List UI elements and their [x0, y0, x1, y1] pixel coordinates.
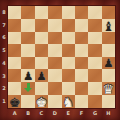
square-f4[interactable] — [75, 57, 88, 70]
file-label-h: H — [103, 110, 113, 116]
square-f1[interactable] — [75, 95, 88, 108]
wood-frame: ♝♟♟♟♛♚♚♞ 87654321ABCDEFGH — [0, 0, 120, 120]
black-pawn[interactable]: ♟ — [36, 70, 46, 82]
square-f2[interactable] — [75, 82, 88, 95]
square-h3[interactable] — [102, 69, 115, 82]
rank-label-8: 8 — [0, 10, 8, 15]
file-label-d: D — [50, 110, 60, 116]
white-queen[interactable]: ♛ — [102, 83, 114, 96]
square-g2[interactable] — [88, 82, 101, 95]
square-e4[interactable] — [62, 57, 75, 70]
square-c6[interactable] — [35, 32, 48, 45]
chess-board[interactable]: ♝♟♟♟♛♚♚♞ — [8, 6, 115, 108]
square-e6[interactable] — [62, 32, 75, 45]
square-a8[interactable] — [8, 6, 21, 19]
square-b7[interactable] — [21, 19, 34, 32]
rank-label-6: 6 — [0, 35, 8, 40]
file-label-a: A — [10, 110, 20, 116]
square-d8[interactable] — [48, 6, 61, 19]
rank-label-3: 3 — [0, 74, 8, 79]
square-d7[interactable] — [48, 19, 61, 32]
square-h8[interactable] — [102, 6, 115, 19]
white-knight[interactable]: ♞ — [62, 96, 74, 109]
black-bishop[interactable]: ♝ — [102, 19, 114, 32]
square-a2[interactable] — [8, 82, 21, 95]
black-king[interactable]: ♚ — [9, 96, 21, 109]
square-a7[interactable] — [8, 19, 21, 32]
square-c5[interactable] — [35, 44, 48, 57]
square-h6[interactable] — [102, 32, 115, 45]
square-c8[interactable] — [35, 6, 48, 19]
file-label-b: B — [23, 110, 33, 116]
square-h2[interactable]: ♛ — [102, 82, 115, 95]
square-d2[interactable] — [48, 82, 61, 95]
square-a1[interactable]: ♚ — [8, 95, 21, 108]
black-pawn[interactable]: ♟ — [103, 58, 113, 70]
square-c3[interactable]: ♟ — [35, 69, 48, 82]
square-e3[interactable] — [62, 69, 75, 82]
black-pawn[interactable]: ♟ — [23, 70, 33, 82]
square-b3[interactable]: ♟ — [21, 69, 34, 82]
square-d6[interactable] — [48, 32, 61, 45]
rank-label-7: 7 — [0, 23, 8, 28]
square-g5[interactable] — [88, 44, 101, 57]
square-a3[interactable] — [8, 69, 21, 82]
square-a5[interactable] — [8, 44, 21, 57]
square-h1[interactable] — [102, 95, 115, 108]
square-c7[interactable] — [35, 19, 48, 32]
file-label-e: E — [63, 110, 73, 116]
square-f7[interactable] — [75, 19, 88, 32]
rank-label-4: 4 — [0, 61, 8, 66]
rank-label-1: 1 — [0, 99, 8, 104]
square-h7[interactable]: ♝ — [102, 19, 115, 32]
square-g6[interactable] — [88, 32, 101, 45]
square-g4[interactable] — [88, 57, 101, 70]
square-e7[interactable] — [62, 19, 75, 32]
square-d1[interactable] — [48, 95, 61, 108]
rank-label-5: 5 — [0, 48, 8, 53]
square-f5[interactable] — [75, 44, 88, 57]
square-e8[interactable] — [62, 6, 75, 19]
square-c2[interactable] — [35, 82, 48, 95]
square-d4[interactable] — [48, 57, 61, 70]
square-f3[interactable] — [75, 69, 88, 82]
square-a6[interactable] — [8, 32, 21, 45]
square-g8[interactable] — [88, 6, 101, 19]
square-e2[interactable] — [62, 82, 75, 95]
file-label-f: F — [77, 110, 87, 116]
square-b6[interactable] — [21, 32, 34, 45]
square-e5[interactable] — [62, 44, 75, 57]
square-c1[interactable]: ♚ — [35, 95, 48, 108]
rank-label-2: 2 — [0, 86, 8, 91]
hint-arrow-head — [24, 88, 32, 92]
square-h4[interactable]: ♟ — [102, 57, 115, 70]
square-d3[interactable] — [48, 69, 61, 82]
white-king[interactable]: ♚ — [36, 96, 48, 109]
square-e1[interactable]: ♞ — [62, 95, 75, 108]
square-g7[interactable] — [88, 19, 101, 32]
square-g1[interactable] — [88, 95, 101, 108]
file-label-c: C — [36, 110, 46, 116]
square-b8[interactable] — [21, 6, 34, 19]
square-d5[interactable] — [48, 44, 61, 57]
square-b1[interactable] — [21, 95, 34, 108]
square-b5[interactable] — [21, 44, 34, 57]
file-label-g: G — [90, 110, 100, 116]
square-f6[interactable] — [75, 32, 88, 45]
square-a4[interactable] — [8, 57, 21, 70]
square-g3[interactable] — [88, 69, 101, 82]
square-f8[interactable] — [75, 6, 88, 19]
